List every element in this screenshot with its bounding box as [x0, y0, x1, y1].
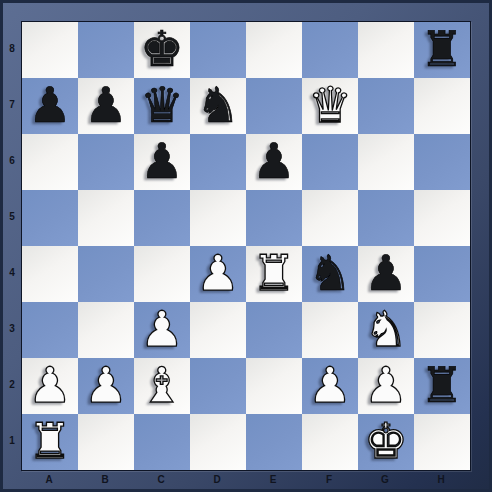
rank-label-2: 2: [3, 357, 21, 413]
piece-white-pawn[interactable]: ♟: [308, 358, 352, 414]
piece-black-knight[interactable]: ♞: [308, 246, 352, 302]
square-h8[interactable]: ♜: [414, 22, 470, 78]
square-h7[interactable]: [414, 78, 470, 134]
square-f5[interactable]: [302, 190, 358, 246]
square-e2[interactable]: [246, 358, 302, 414]
square-d6[interactable]: [190, 134, 246, 190]
piece-black-pawn[interactable]: ♟: [252, 134, 296, 190]
rank-label-7: 7: [3, 77, 21, 133]
square-f4[interactable]: ♞: [302, 246, 358, 302]
chess-board: ♚♜♟♟♛♞♛♟♟♟♜♞♟♟♞♟♟♝♟♟♜♜♚: [21, 21, 471, 471]
piece-white-queen[interactable]: ♛: [308, 78, 352, 134]
square-g3[interactable]: ♞: [358, 302, 414, 358]
square-d1[interactable]: [190, 414, 246, 470]
piece-black-rook[interactable]: ♜: [420, 358, 464, 414]
square-d2[interactable]: [190, 358, 246, 414]
piece-white-rook[interactable]: ♜: [28, 414, 72, 470]
square-e6[interactable]: ♟: [246, 134, 302, 190]
square-g7[interactable]: [358, 78, 414, 134]
square-b4[interactable]: [78, 246, 134, 302]
square-e4[interactable]: ♜: [246, 246, 302, 302]
square-a5[interactable]: [22, 190, 78, 246]
square-d8[interactable]: [190, 22, 246, 78]
rank-label-3: 3: [3, 301, 21, 357]
square-f2[interactable]: ♟: [302, 358, 358, 414]
rank-label-4: 4: [3, 245, 21, 301]
square-c4[interactable]: [134, 246, 190, 302]
piece-black-pawn[interactable]: ♟: [84, 78, 128, 134]
square-f6[interactable]: [302, 134, 358, 190]
square-g4[interactable]: ♟: [358, 246, 414, 302]
file-label-a: A: [21, 470, 77, 492]
piece-black-knight[interactable]: ♞: [196, 78, 240, 134]
square-h4[interactable]: [414, 246, 470, 302]
square-g2[interactable]: ♟: [358, 358, 414, 414]
square-b7[interactable]: ♟: [78, 78, 134, 134]
piece-white-rook[interactable]: ♜: [252, 246, 296, 302]
square-a1[interactable]: ♜: [22, 414, 78, 470]
file-labels: ABCDEFGH: [21, 470, 469, 492]
piece-white-king[interactable]: ♚: [364, 414, 408, 470]
file-label-f: F: [301, 470, 357, 492]
square-e5[interactable]: [246, 190, 302, 246]
piece-white-pawn[interactable]: ♟: [140, 302, 184, 358]
square-b1[interactable]: [78, 414, 134, 470]
square-b8[interactable]: [78, 22, 134, 78]
square-b2[interactable]: ♟: [78, 358, 134, 414]
square-a7[interactable]: ♟: [22, 78, 78, 134]
square-h3[interactable]: [414, 302, 470, 358]
rank-labels: 87654321: [3, 21, 21, 469]
file-label-b: B: [77, 470, 133, 492]
square-c5[interactable]: [134, 190, 190, 246]
square-e3[interactable]: [246, 302, 302, 358]
square-c7[interactable]: ♛: [134, 78, 190, 134]
square-d5[interactable]: [190, 190, 246, 246]
square-c3[interactable]: ♟: [134, 302, 190, 358]
square-a2[interactable]: ♟: [22, 358, 78, 414]
piece-black-queen[interactable]: ♛: [140, 78, 184, 134]
square-g5[interactable]: [358, 190, 414, 246]
square-f3[interactable]: [302, 302, 358, 358]
square-f1[interactable]: [302, 414, 358, 470]
file-label-g: G: [357, 470, 413, 492]
square-h5[interactable]: [414, 190, 470, 246]
piece-white-bishop[interactable]: ♝: [140, 358, 184, 414]
square-g1[interactable]: ♚: [358, 414, 414, 470]
piece-white-knight[interactable]: ♞: [364, 302, 408, 358]
square-d4[interactable]: ♟: [190, 246, 246, 302]
piece-black-pawn[interactable]: ♟: [28, 78, 72, 134]
square-e7[interactable]: [246, 78, 302, 134]
square-e1[interactable]: [246, 414, 302, 470]
square-d7[interactable]: ♞: [190, 78, 246, 134]
square-h2[interactable]: ♜: [414, 358, 470, 414]
square-c6[interactable]: ♟: [134, 134, 190, 190]
square-c1[interactable]: [134, 414, 190, 470]
piece-black-king[interactable]: ♚: [140, 22, 184, 78]
square-h6[interactable]: [414, 134, 470, 190]
piece-white-pawn[interactable]: ♟: [196, 246, 240, 302]
piece-black-pawn[interactable]: ♟: [364, 246, 408, 302]
square-c2[interactable]: ♝: [134, 358, 190, 414]
square-g6[interactable]: [358, 134, 414, 190]
rank-label-5: 5: [3, 189, 21, 245]
piece-white-pawn[interactable]: ♟: [364, 358, 408, 414]
rank-label-8: 8: [3, 21, 21, 77]
piece-white-pawn[interactable]: ♟: [84, 358, 128, 414]
square-d3[interactable]: [190, 302, 246, 358]
piece-black-rook[interactable]: ♜: [420, 22, 464, 78]
square-b6[interactable]: [78, 134, 134, 190]
file-label-e: E: [245, 470, 301, 492]
square-a8[interactable]: [22, 22, 78, 78]
square-g8[interactable]: [358, 22, 414, 78]
square-f8[interactable]: [302, 22, 358, 78]
square-f7[interactable]: ♛: [302, 78, 358, 134]
file-label-d: D: [189, 470, 245, 492]
square-c8[interactable]: ♚: [134, 22, 190, 78]
square-e8[interactable]: [246, 22, 302, 78]
square-a3[interactable]: [22, 302, 78, 358]
piece-black-pawn[interactable]: ♟: [140, 134, 184, 190]
file-label-c: C: [133, 470, 189, 492]
square-h1[interactable]: [414, 414, 470, 470]
file-label-h: H: [413, 470, 469, 492]
chess-board-frame: ♚♜♟♟♛♞♛♟♟♟♜♞♟♟♞♟♟♝♟♟♜♜♚ 87654321 ABCDEFG…: [0, 0, 492, 492]
square-a6[interactable]: [22, 134, 78, 190]
rank-label-1: 1: [3, 413, 21, 469]
square-b5[interactable]: [78, 190, 134, 246]
square-b3[interactable]: [78, 302, 134, 358]
rank-label-6: 6: [3, 133, 21, 189]
piece-white-pawn[interactable]: ♟: [28, 358, 72, 414]
square-a4[interactable]: [22, 246, 78, 302]
